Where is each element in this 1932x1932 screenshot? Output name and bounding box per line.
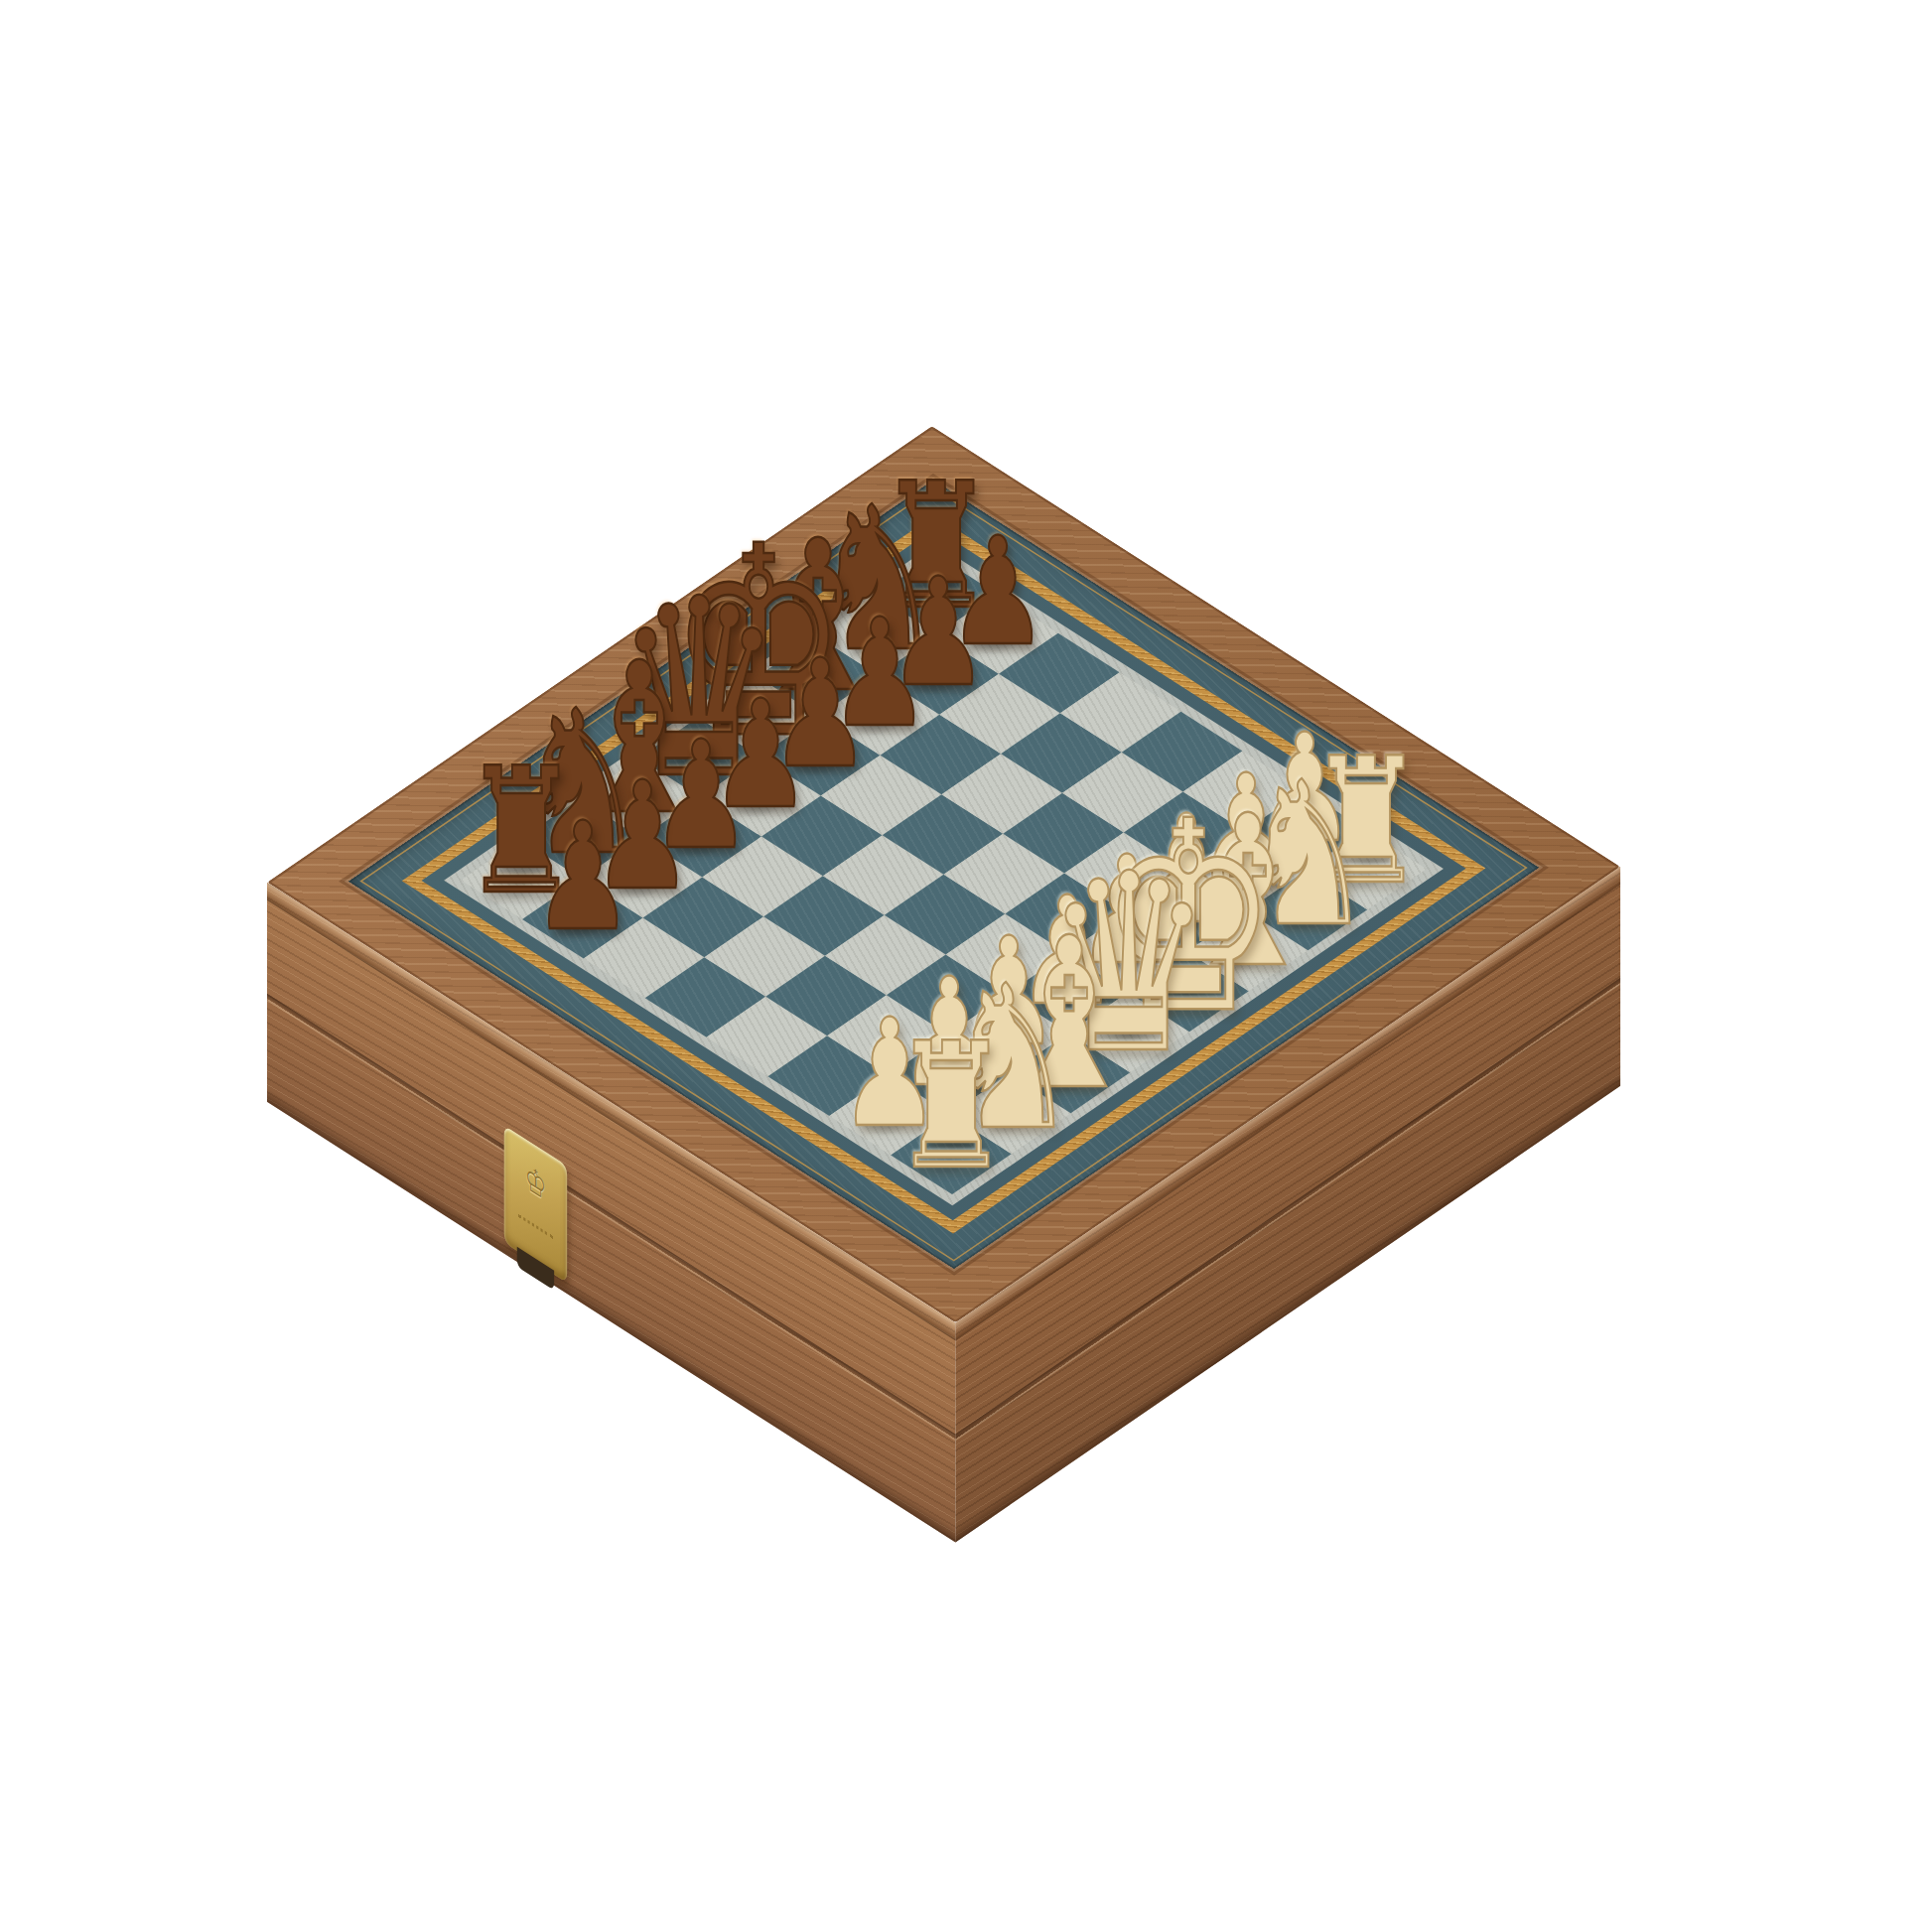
brand-crest-icon: ♔: [504, 1145, 567, 1219]
product-photo-stage: ♔ ♜♞♝♛♚♝♞♜♟♟♟♟♟♟♟♟♟♟♟♟♟♟♟♟♜♞♝♛♚♝♞♜: [0, 0, 1932, 1932]
chess-board: [461, 554, 1427, 1194]
embossed-brand-mark: [518, 1206, 553, 1239]
